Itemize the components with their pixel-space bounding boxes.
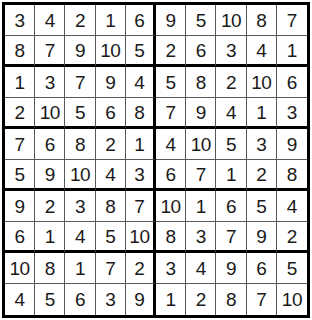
cell-r9c7: 4	[186, 253, 216, 284]
cell-r1c1: 3	[5, 5, 35, 36]
cell-r1c5: 6	[126, 5, 156, 36]
cell-r5c3: 8	[65, 129, 95, 160]
cell-r4c2: 10	[35, 98, 65, 129]
cell-r8c5: 10	[126, 222, 156, 253]
cell-r8c6: 8	[156, 222, 186, 253]
cell-r9c5: 2	[126, 253, 156, 284]
cell-r9c10: 5	[277, 253, 307, 284]
cell-r8c8: 7	[216, 222, 246, 253]
cell-r1c4: 1	[96, 5, 126, 36]
cell-r6c5: 3	[126, 160, 156, 191]
cell-r2c6: 2	[156, 36, 186, 67]
cell-r7c4: 8	[96, 191, 126, 222]
cell-r4c9: 1	[247, 98, 277, 129]
cell-r5c4: 2	[96, 129, 126, 160]
cell-r5c1: 7	[5, 129, 35, 160]
cell-r4c10: 3	[277, 98, 307, 129]
cell-r1c2: 4	[35, 5, 65, 36]
cell-r6c8: 1	[216, 160, 246, 191]
cell-r8c1: 6	[5, 222, 35, 253]
cell-r1c10: 7	[277, 5, 307, 36]
cell-r9c9: 6	[247, 253, 277, 284]
cell-r10c2: 5	[35, 284, 65, 315]
cell-r5c5: 1	[126, 129, 156, 160]
cell-r8c3: 4	[65, 222, 95, 253]
page: 3421695108787910526341137945821062105687…	[0, 0, 312, 320]
cell-r2c9: 4	[247, 36, 277, 67]
cell-r9c6: 3	[156, 253, 186, 284]
cell-r8c10: 2	[277, 222, 307, 253]
cell-r6c10: 8	[277, 160, 307, 191]
cell-r6c1: 5	[5, 160, 35, 191]
cell-r9c2: 8	[35, 253, 65, 284]
cell-r5c2: 6	[35, 129, 65, 160]
cell-r10c8: 8	[216, 284, 246, 315]
cell-r6c7: 7	[186, 160, 216, 191]
cell-r5c7: 10	[186, 129, 216, 160]
cell-r4c3: 5	[65, 98, 95, 129]
cell-r8c7: 3	[186, 222, 216, 253]
cell-r7c7: 1	[186, 191, 216, 222]
cell-r1c8: 10	[216, 5, 246, 36]
cell-r6c4: 4	[96, 160, 126, 191]
sudoku-board: 3421695108787910526341137945821062105687…	[2, 2, 310, 318]
cell-r9c8: 9	[216, 253, 246, 284]
cell-r2c10: 1	[277, 36, 307, 67]
cell-r6c6: 6	[156, 160, 186, 191]
cell-r2c5: 5	[126, 36, 156, 67]
cell-r3c7: 8	[186, 67, 216, 98]
cell-r7c9: 5	[247, 191, 277, 222]
cell-r10c4: 3	[96, 284, 126, 315]
cell-r3c9: 10	[247, 67, 277, 98]
cell-r8c9: 9	[247, 222, 277, 253]
cell-r10c5: 9	[126, 284, 156, 315]
cell-r7c3: 3	[65, 191, 95, 222]
cell-r7c2: 2	[35, 191, 65, 222]
cell-r7c5: 7	[126, 191, 156, 222]
cell-r5c8: 5	[216, 129, 246, 160]
cell-r1c9: 8	[247, 5, 277, 36]
cell-r3c3: 7	[65, 67, 95, 98]
cell-r8c2: 1	[35, 222, 65, 253]
cell-r5c9: 3	[247, 129, 277, 160]
cell-r1c7: 5	[186, 5, 216, 36]
cell-r1c3: 2	[65, 5, 95, 36]
cell-r4c8: 4	[216, 98, 246, 129]
cell-r5c10: 9	[277, 129, 307, 160]
cell-r9c1: 10	[5, 253, 35, 284]
cell-r9c4: 7	[96, 253, 126, 284]
cell-r4c5: 8	[126, 98, 156, 129]
cell-r6c3: 10	[65, 160, 95, 191]
cell-r10c6: 1	[156, 284, 186, 315]
cell-r1c6: 9	[156, 5, 186, 36]
cell-r2c8: 3	[216, 36, 246, 67]
cell-r10c7: 2	[186, 284, 216, 315]
cell-r2c2: 7	[35, 36, 65, 67]
cell-r3c5: 4	[126, 67, 156, 98]
cell-r7c10: 4	[277, 191, 307, 222]
cell-r7c6: 10	[156, 191, 186, 222]
cell-r6c9: 2	[247, 160, 277, 191]
cell-r3c2: 3	[35, 67, 65, 98]
cell-r3c4: 9	[96, 67, 126, 98]
cell-r8c4: 5	[96, 222, 126, 253]
cell-r10c1: 4	[5, 284, 35, 315]
cell-r4c7: 9	[186, 98, 216, 129]
cell-r5c6: 4	[156, 129, 186, 160]
cell-r2c7: 6	[186, 36, 216, 67]
cell-r3c10: 6	[277, 67, 307, 98]
cell-r7c1: 9	[5, 191, 35, 222]
cell-r2c3: 9	[65, 36, 95, 67]
cell-r3c1: 1	[5, 67, 35, 98]
cell-r3c6: 5	[156, 67, 186, 98]
cell-r10c9: 7	[247, 284, 277, 315]
cell-r3c8: 2	[216, 67, 246, 98]
cell-r10c3: 6	[65, 284, 95, 315]
cell-r9c3: 1	[65, 253, 95, 284]
cell-r7c8: 6	[216, 191, 246, 222]
cell-r4c4: 6	[96, 98, 126, 129]
cell-r2c1: 8	[5, 36, 35, 67]
cell-r4c1: 2	[5, 98, 35, 129]
cell-r4c6: 7	[156, 98, 186, 129]
cell-r10c10: 10	[277, 284, 307, 315]
cell-r2c4: 10	[96, 36, 126, 67]
cell-r6c2: 9	[35, 160, 65, 191]
